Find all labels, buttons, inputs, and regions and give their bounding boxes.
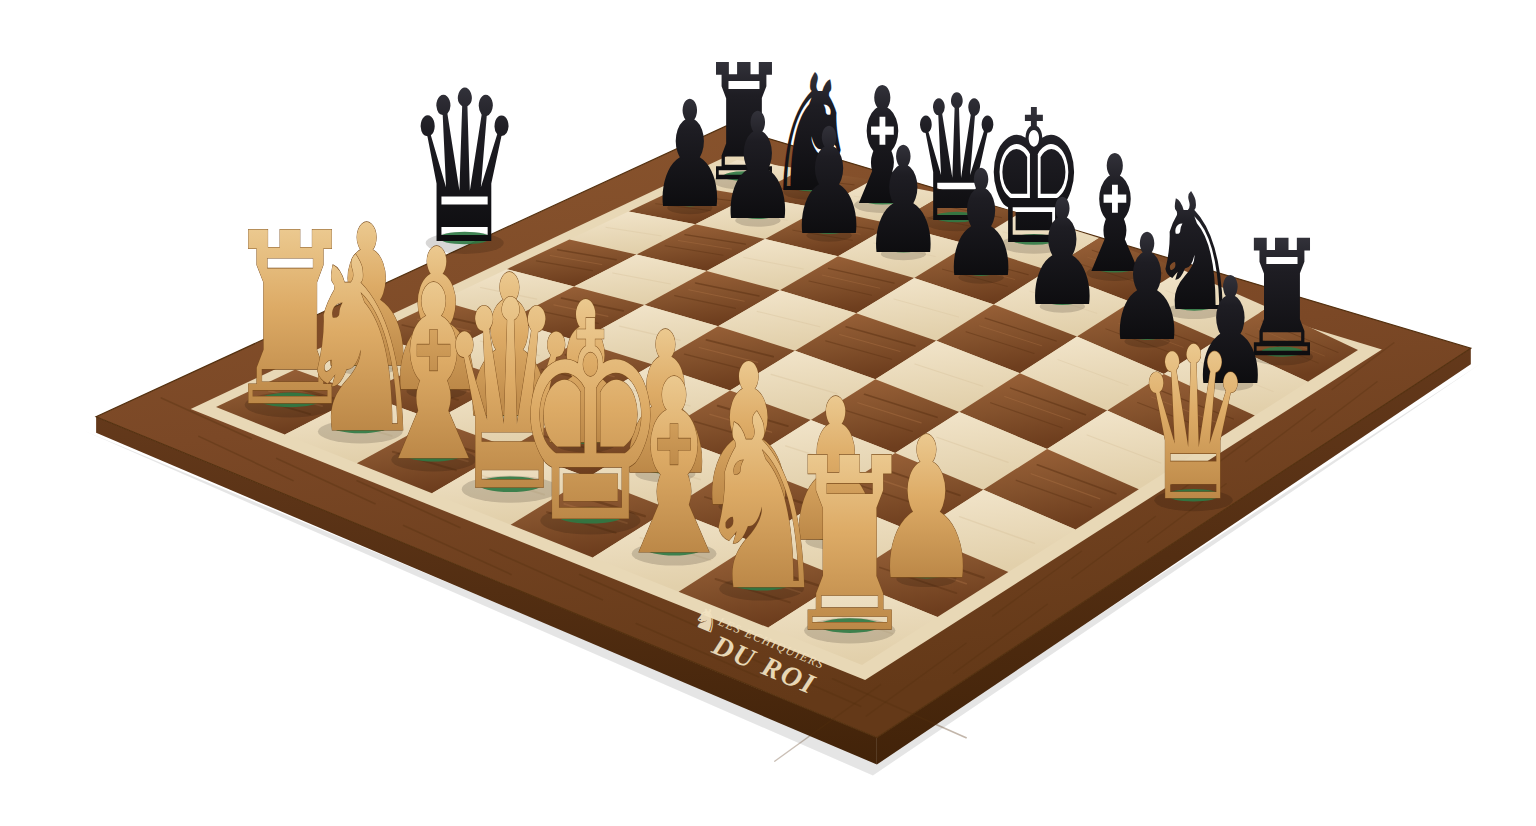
piece-glyph-rook: ♜ <box>783 406 916 685</box>
piece-black-pawn-b7[interactable]: ♟ <box>717 81 799 253</box>
piece-glyph-pawn: ♟ <box>1021 167 1103 339</box>
photo-stage: ♞ LES ECHIQUIERS DU ROI ♜♞♝♟♟♛♟♛♚♟♝♟♟♞♟♜… <box>0 0 1536 826</box>
chessboard-photo: ♞ LES ECHIQUIERS DU ROI ♜♞♝♟♟♛♟♛♚♟♝♟♟♞♟♜… <box>0 0 1536 826</box>
piece-glyph-queen: ♛ <box>1135 302 1252 547</box>
piece-white-rook-h1[interactable]: ♜ <box>783 406 916 685</box>
piece-glyph-pawn: ♟ <box>863 115 945 287</box>
piece-white-queen-extra-2[interactable]: ♛ <box>1135 302 1252 547</box>
piece-black-pawn-c7[interactable]: ♟ <box>788 96 870 268</box>
piece-black-pawn-f7[interactable]: ♟ <box>1021 167 1103 339</box>
piece-black-pawn-d7[interactable]: ♟ <box>863 115 945 287</box>
piece-glyph-pawn: ♟ <box>717 81 799 253</box>
piece-glyph-pawn: ♟ <box>788 96 870 268</box>
piece-black-pawn-e7[interactable]: ♟ <box>940 138 1022 310</box>
piece-glyph-pawn: ♟ <box>940 138 1022 310</box>
